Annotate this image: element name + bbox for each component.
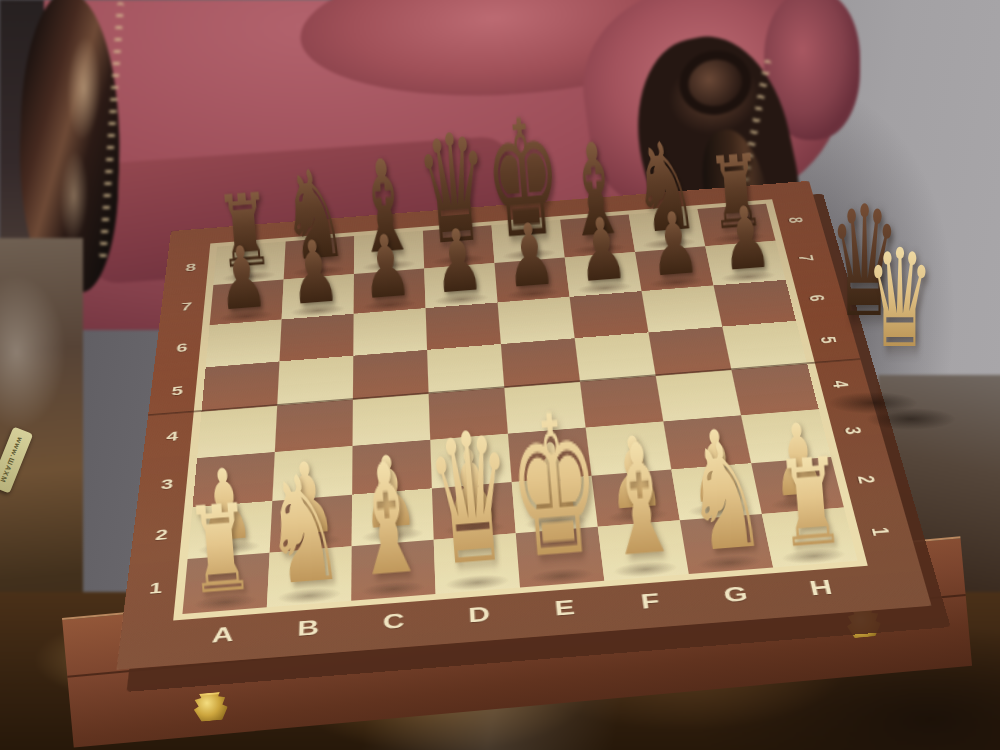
rank-label-7: 7	[161, 298, 213, 315]
square-h7: ♟	[705, 241, 785, 286]
rank-label-4: 4	[811, 375, 869, 394]
black-pawn: ♟	[287, 228, 342, 318]
file-label-f: F	[606, 586, 695, 616]
rank-label-2: 2	[835, 469, 897, 490]
square-c1: ♝	[351, 540, 435, 601]
board-inner-frame: ♜♞♝♛♚♝♞♜♟♟♟♟♟♟♟♟♟♟♟♟♟♟♟♟♜♞♝♛♚♝♞♜	[173, 199, 868, 620]
square-c7: ♟	[354, 268, 426, 313]
file-label-a: A	[179, 620, 266, 651]
square-c6	[353, 308, 427, 355]
rank-label-2: 2	[132, 524, 191, 545]
square-f6	[570, 291, 649, 338]
square-d6	[426, 302, 501, 349]
rank-label-1: 1	[848, 521, 911, 543]
white-bishop: ♝	[598, 422, 684, 580]
rank-label-5: 5	[150, 382, 204, 400]
photo-scene: www.ШАХМ ♜♞♝♛♚♝♞♜♟♟♟♟♟♟♟♟♟♟♟♟♟♟♟♟♜♞♝♛♚♝♞…	[0, 0, 1000, 750]
white-knight: ♞	[258, 453, 348, 606]
black-pawn: ♟	[215, 234, 270, 324]
chess-board: ♜♞♝♛♚♝♞♜♟♟♟♟♟♟♟♟♟♟♟♟♟♟♟♟♜♞♝♛♚♝♞♜ ABCDEFG…	[117, 181, 932, 670]
square-c5	[353, 350, 429, 400]
white-rook: ♜	[773, 442, 848, 566]
white-rook: ♜	[183, 488, 258, 612]
black-pawn: ♟	[718, 194, 773, 284]
rank-label-4: 4	[144, 427, 200, 446]
rank-label-6: 6	[155, 339, 208, 357]
black-pawn: ♟	[430, 217, 485, 307]
square-g6	[642, 285, 723, 332]
black-pawn: ♟	[359, 223, 414, 313]
square-h1: ♜	[762, 507, 858, 567]
rank-label-8: 8	[165, 260, 215, 276]
white-bishop: ♝	[344, 442, 430, 600]
square-b6	[279, 314, 353, 362]
file-label-h: H	[776, 573, 867, 603]
square-f1: ♝	[598, 520, 689, 580]
extra-queen-shadow	[866, 408, 956, 430]
white-extra-queen: ♛	[866, 232, 934, 368]
square-g7: ♟	[635, 246, 714, 291]
black-pawn: ♟	[574, 206, 629, 296]
square-a7: ♟	[210, 280, 284, 326]
square-d5	[427, 344, 504, 394]
square-e7: ♟	[494, 257, 569, 302]
file-label-d: D	[436, 600, 523, 630]
square-b1: ♞	[267, 546, 352, 607]
board-squares: ♜♞♝♛♚♝♞♜♟♟♟♟♟♟♟♟♟♟♟♟♟♟♟♟♜♞♝♛♚♝♞♜	[182, 204, 857, 614]
file-label-g: G	[691, 580, 781, 610]
square-f7: ♟	[565, 252, 642, 297]
square-h6	[714, 280, 796, 327]
square-g1: ♞	[680, 514, 773, 574]
white-king: ♚	[503, 387, 607, 587]
square-e6	[498, 297, 575, 344]
square-b7: ♟	[282, 274, 354, 319]
square-b5	[277, 356, 353, 406]
square-d7: ♟	[424, 263, 497, 308]
file-label-c: C	[351, 606, 437, 636]
square-d1: ♛	[434, 533, 520, 594]
square-a1: ♜	[182, 553, 269, 614]
square-e1: ♚	[516, 527, 605, 588]
rank-label-7: 7	[779, 250, 833, 267]
board-perspective-wrap: ♜♞♝♛♚♝♞♜♟♟♟♟♟♟♟♟♟♟♟♟♟♟♟♟♜♞♝♛♚♝♞♜ ABCDEFG…	[0, 0, 1000, 750]
file-label-e: E	[521, 593, 609, 623]
file-label-b: B	[265, 613, 351, 643]
white-knight: ♞	[680, 420, 770, 573]
square-a6	[206, 319, 282, 367]
black-pawn: ♟	[646, 200, 701, 290]
black-pawn: ♟	[502, 211, 557, 301]
rank-label-1: 1	[125, 577, 186, 599]
